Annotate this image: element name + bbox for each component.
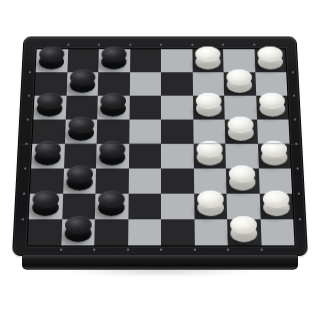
frame-tick-mark — [253, 44, 255, 46]
white-checker-r7c6[interactable] — [197, 191, 224, 217]
square-r1c3[interactable] — [98, 49, 130, 72]
square-r4c2[interactable] — [64, 120, 97, 144]
frame-tick-mark — [293, 95, 295, 97]
white-checker-r3c6[interactable] — [196, 93, 222, 117]
square-r7c3[interactable] — [95, 194, 128, 220]
black-checker-r7c1[interactable] — [32, 191, 60, 217]
square-r6c7[interactable] — [226, 169, 259, 194]
checker-top — [259, 93, 285, 109]
square-r8c3[interactable] — [94, 219, 128, 245]
square-r2c2[interactable] — [66, 72, 98, 95]
board-drop-shadow — [30, 269, 290, 278]
frame-tick-mark — [93, 249, 95, 251]
square-r7c4[interactable] — [128, 194, 161, 220]
square-r7c6[interactable] — [194, 194, 227, 220]
square-r5c3[interactable] — [96, 144, 129, 169]
white-checker-r1c6[interactable] — [195, 47, 221, 70]
frame-tick-mark — [23, 193, 25, 195]
frame-tick-mark — [222, 44, 224, 46]
square-r8c8[interactable] — [260, 219, 294, 245]
white-checker-r2c7[interactable] — [227, 69, 253, 92]
square-r8c2[interactable] — [61, 219, 95, 245]
board-tilt — [12, 37, 308, 256]
square-r8c1[interactable] — [27, 219, 61, 245]
square-r8c6[interactable] — [194, 219, 228, 245]
square-r2c4[interactable] — [129, 72, 161, 95]
square-r2c5[interactable] — [161, 72, 193, 95]
frame-tick-mark — [24, 168, 26, 170]
black-checker-r6c2[interactable] — [66, 166, 93, 191]
checker-top — [262, 191, 289, 208]
square-r7c5[interactable] — [161, 194, 194, 220]
square-r1c6[interactable] — [192, 49, 224, 72]
square-r8c5[interactable] — [161, 219, 194, 245]
frame-tick-mark — [298, 193, 300, 195]
white-checker-r1c8[interactable] — [257, 47, 283, 70]
black-checker-r4c2[interactable] — [68, 117, 94, 141]
square-r4c7[interactable] — [225, 120, 258, 144]
frame-tick-mark — [29, 71, 31, 73]
black-checker-r1c3[interactable] — [101, 47, 127, 70]
board-frame — [12, 37, 308, 256]
square-r3c6[interactable] — [193, 96, 225, 120]
black-checker-r3c1[interactable] — [37, 93, 64, 117]
frame-tick-mark — [98, 44, 100, 46]
white-checker-r4c7[interactable] — [228, 117, 255, 141]
square-r8c7[interactable] — [227, 219, 261, 245]
frame-tick-mark — [160, 249, 162, 251]
checkers-board — [27, 49, 294, 245]
square-r1c4[interactable] — [130, 49, 161, 72]
square-r5c5[interactable] — [161, 144, 193, 169]
square-r1c8[interactable] — [254, 49, 286, 72]
square-r5c6[interactable] — [193, 144, 226, 169]
checker-top — [65, 216, 92, 234]
square-r8c4[interactable] — [128, 219, 161, 245]
square-r2c7[interactable] — [224, 72, 256, 95]
square-r7c1[interactable] — [29, 194, 63, 220]
white-checker-r3c8[interactable] — [259, 93, 286, 117]
checker-top — [195, 47, 220, 63]
white-checker-r6c7[interactable] — [229, 166, 256, 191]
frame-tick-mark — [160, 44, 162, 46]
frame-tick-mark — [127, 249, 129, 251]
frame-tick-mark — [227, 249, 229, 251]
square-r4c5[interactable] — [161, 120, 193, 144]
checker-top — [197, 191, 224, 208]
frame-tick-mark — [191, 44, 193, 46]
frame-tick-mark — [27, 119, 29, 121]
frame-tick-mark — [294, 119, 296, 121]
checker-top — [70, 69, 96, 85]
black-checker-r3c3[interactable] — [100, 93, 126, 117]
white-checker-r8c7[interactable] — [230, 216, 258, 242]
black-checker-r7c3[interactable] — [98, 191, 125, 217]
frame-tick-mark — [60, 249, 62, 251]
square-r1c5[interactable] — [161, 49, 192, 72]
black-checker-r2c2[interactable] — [69, 69, 95, 92]
frame-tick-mark — [299, 218, 301, 220]
fold-hinge-seam — [21, 143, 300, 145]
square-r3c1[interactable] — [33, 96, 66, 120]
checker-top — [68, 117, 94, 133]
checker-top — [196, 93, 222, 109]
frame-tick-mark — [67, 44, 69, 46]
black-checker-r8c2[interactable] — [64, 216, 92, 242]
square-r5c1[interactable] — [31, 144, 64, 169]
square-r3c5[interactable] — [161, 96, 193, 120]
frame-tick-mark — [28, 95, 30, 97]
frame-tick-mark — [295, 143, 297, 145]
checker-top — [257, 47, 283, 63]
case-base-edge — [22, 255, 298, 270]
checkers-set-photo — [0, 0, 320, 320]
square-r5c8[interactable] — [257, 144, 290, 169]
white-checker-r7c8[interactable] — [262, 191, 290, 217]
square-r3c8[interactable] — [256, 96, 289, 120]
square-r3c4[interactable] — [129, 96, 161, 120]
frame-tick-mark — [297, 168, 299, 170]
frame-tick-mark — [22, 218, 24, 220]
square-r6c5[interactable] — [161, 169, 194, 194]
checker-top — [66, 166, 93, 183]
frame-tick-mark — [260, 249, 262, 251]
black-checker-r1c1[interactable] — [39, 47, 65, 70]
square-r6c4[interactable] — [128, 169, 161, 194]
square-r4c4[interactable] — [129, 120, 161, 144]
square-r1c1[interactable] — [36, 49, 68, 72]
square-r5c4[interactable] — [129, 144, 161, 169]
square-r7c8[interactable] — [259, 194, 293, 220]
frame-tick-mark — [129, 44, 131, 46]
square-r6c2[interactable] — [63, 169, 96, 194]
frame-tick-mark — [292, 71, 294, 73]
square-r3c3[interactable] — [97, 96, 129, 120]
frame-tick-mark — [193, 249, 195, 251]
